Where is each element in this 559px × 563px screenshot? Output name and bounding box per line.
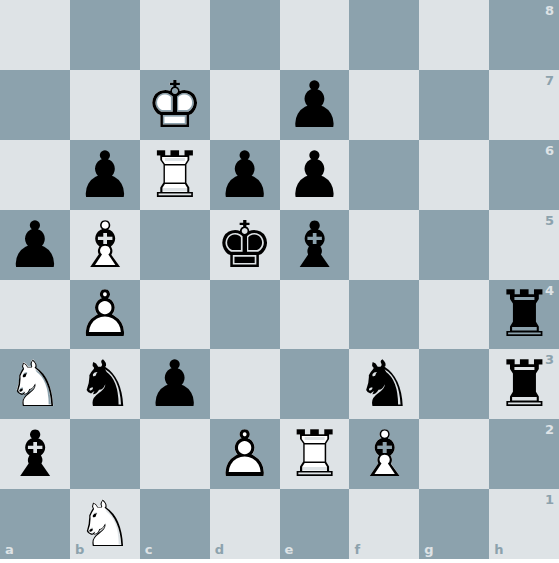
white-rook[interactable]: ♜♖ [140, 140, 210, 210]
square-h4[interactable]: ♜4 [489, 280, 559, 350]
black-pawn[interactable]: ♟ [0, 210, 70, 280]
square-d7[interactable] [210, 70, 280, 140]
square-b8[interactable] [70, 0, 140, 70]
piece-glyph-fill: ♟ [280, 140, 350, 210]
piece-glyph-outline: ♘ [0, 349, 70, 419]
white-king[interactable]: ♚♔ [140, 70, 210, 140]
piece-glyph-fill: ♜ [280, 419, 350, 489]
square-d4[interactable] [210, 280, 280, 350]
square-a2[interactable]: ♝ [0, 419, 70, 489]
white-knight[interactable]: ♞♘ [70, 489, 140, 559]
square-a1[interactable]: a [0, 489, 70, 559]
black-pawn[interactable]: ♟ [280, 70, 350, 140]
black-rook[interactable]: ♜ [489, 349, 559, 419]
square-e1[interactable]: e [280, 489, 350, 559]
file-label-g: g [424, 542, 433, 557]
piece-glyph-fill: ♚ [210, 210, 280, 280]
square-h2[interactable]: 2 [489, 419, 559, 489]
white-bishop[interactable]: ♝♗ [70, 210, 140, 280]
rank-label-6: 6 [545, 143, 554, 158]
piece-glyph-fill: ♜ [489, 280, 559, 350]
square-g7[interactable] [419, 70, 489, 140]
rank-label-2: 2 [545, 422, 554, 437]
square-e3[interactable] [280, 349, 350, 419]
piece-glyph-fill: ♞ [70, 349, 140, 419]
square-h3[interactable]: ♜3 [489, 349, 559, 419]
square-h7[interactable]: 7 [489, 70, 559, 140]
square-f6[interactable] [349, 140, 419, 210]
square-h6[interactable]: 6 [489, 140, 559, 210]
piece-glyph-fill: ♟ [0, 210, 70, 280]
square-b3[interactable]: ♞ [70, 349, 140, 419]
square-e8[interactable] [280, 0, 350, 70]
piece-glyph-fill: ♟ [210, 419, 280, 489]
square-f1[interactable]: f [349, 489, 419, 559]
square-c7[interactable]: ♚♔ [140, 70, 210, 140]
square-c6[interactable]: ♜♖ [140, 140, 210, 210]
square-a7[interactable] [0, 70, 70, 140]
rank-label-1: 1 [545, 492, 554, 507]
rank-label-7: 7 [545, 73, 554, 88]
piece-glyph-outline: ♖ [140, 140, 210, 210]
square-e4[interactable] [280, 280, 350, 350]
black-pawn[interactable]: ♟ [70, 140, 140, 210]
square-a3[interactable]: ♞♘ [0, 349, 70, 419]
black-bishop[interactable]: ♝ [280, 210, 350, 280]
white-pawn[interactable]: ♟♙ [210, 419, 280, 489]
piece-glyph-fill: ♚ [140, 70, 210, 140]
square-g4[interactable] [419, 280, 489, 350]
piece-glyph-fill: ♝ [0, 419, 70, 489]
white-bishop[interactable]: ♝♗ [349, 419, 419, 489]
white-pawn[interactable]: ♟♙ [70, 280, 140, 350]
white-rook[interactable]: ♜♖ [280, 419, 350, 489]
square-b1[interactable]: ♞♘b [70, 489, 140, 559]
black-pawn[interactable]: ♟ [140, 349, 210, 419]
piece-glyph-fill: ♟ [70, 280, 140, 350]
piece-glyph-fill: ♞ [349, 349, 419, 419]
file-label-f: f [354, 542, 360, 557]
square-b7[interactable] [70, 70, 140, 140]
square-c8[interactable] [140, 0, 210, 70]
square-f3[interactable]: ♞ [349, 349, 419, 419]
square-a4[interactable] [0, 280, 70, 350]
square-d5[interactable]: ♚ [210, 210, 280, 280]
file-label-e: e [285, 542, 294, 557]
square-c3[interactable]: ♟ [140, 349, 210, 419]
piece-glyph-fill: ♞ [0, 349, 70, 419]
piece-glyph-outline: ♗ [70, 210, 140, 280]
white-knight[interactable]: ♞♘ [0, 349, 70, 419]
piece-glyph-fill: ♟ [280, 70, 350, 140]
square-a8[interactable] [0, 0, 70, 70]
square-h5[interactable]: 5 [489, 210, 559, 280]
square-d2[interactable]: ♟♙ [210, 419, 280, 489]
chess-board: 8♚♔♟7♟♜♖♟♟6♟♝♗♚♝5♟♙♜4♞♘♞♟♞♜3♝♟♙♜♖♝♗2a♞♘b… [0, 0, 559, 559]
black-knight[interactable]: ♞ [349, 349, 419, 419]
square-f7[interactable] [349, 70, 419, 140]
square-d8[interactable] [210, 0, 280, 70]
rank-label-5: 5 [545, 213, 554, 228]
piece-glyph-fill: ♟ [140, 349, 210, 419]
square-e2[interactable]: ♜♖ [280, 419, 350, 489]
square-h1[interactable]: 1h [489, 489, 559, 559]
square-f8[interactable] [349, 0, 419, 70]
piece-glyph-outline: ♗ [349, 419, 419, 489]
square-d3[interactable] [210, 349, 280, 419]
piece-glyph-fill: ♟ [70, 140, 140, 210]
square-c2[interactable] [140, 419, 210, 489]
file-label-a: a [5, 542, 14, 557]
black-king[interactable]: ♚ [210, 210, 280, 280]
square-g8[interactable] [419, 0, 489, 70]
square-b4[interactable]: ♟♙ [70, 280, 140, 350]
square-g2[interactable] [419, 419, 489, 489]
black-pawn[interactable]: ♟ [280, 140, 350, 210]
piece-glyph-outline: ♙ [70, 280, 140, 350]
square-d6[interactable]: ♟ [210, 140, 280, 210]
square-g5[interactable] [419, 210, 489, 280]
file-label-c: c [145, 542, 153, 557]
piece-glyph-outline: ♖ [280, 419, 350, 489]
file-label-d: d [215, 542, 224, 557]
black-bishop[interactable]: ♝ [0, 419, 70, 489]
square-b5[interactable]: ♝♗ [70, 210, 140, 280]
piece-glyph-fill: ♝ [70, 210, 140, 280]
piece-glyph-fill: ♟ [210, 140, 280, 210]
piece-glyph-fill: ♝ [349, 419, 419, 489]
square-g3[interactable] [419, 349, 489, 419]
piece-glyph-fill: ♝ [280, 210, 350, 280]
square-g1[interactable]: g [419, 489, 489, 559]
square-h8[interactable]: 8 [489, 0, 559, 70]
square-g6[interactable] [419, 140, 489, 210]
black-rook[interactable]: ♜ [489, 280, 559, 350]
square-b6[interactable]: ♟ [70, 140, 140, 210]
square-c1[interactable]: c [140, 489, 210, 559]
piece-glyph-outline: ♙ [210, 419, 280, 489]
black-pawn[interactable]: ♟ [210, 140, 280, 210]
rank-label-8: 8 [545, 3, 554, 18]
piece-glyph-fill: ♜ [140, 140, 210, 210]
square-c4[interactable] [140, 280, 210, 350]
square-c5[interactable] [140, 210, 210, 280]
square-f2[interactable]: ♝♗ [349, 419, 419, 489]
square-a6[interactable] [0, 140, 70, 210]
piece-glyph-fill: ♞ [70, 489, 140, 559]
square-e7[interactable]: ♟ [280, 70, 350, 140]
file-label-h: h [494, 542, 503, 557]
piece-glyph-fill: ♜ [489, 349, 559, 419]
square-e6[interactable]: ♟ [280, 140, 350, 210]
black-knight[interactable]: ♞ [70, 349, 140, 419]
square-b2[interactable] [70, 419, 140, 489]
square-d1[interactable]: d [210, 489, 280, 559]
square-e5[interactable]: ♝ [280, 210, 350, 280]
piece-glyph-outline: ♔ [140, 70, 210, 140]
square-a5[interactable]: ♟ [0, 210, 70, 280]
piece-glyph-outline: ♘ [70, 489, 140, 559]
square-f5[interactable] [349, 210, 419, 280]
square-f4[interactable] [349, 280, 419, 350]
